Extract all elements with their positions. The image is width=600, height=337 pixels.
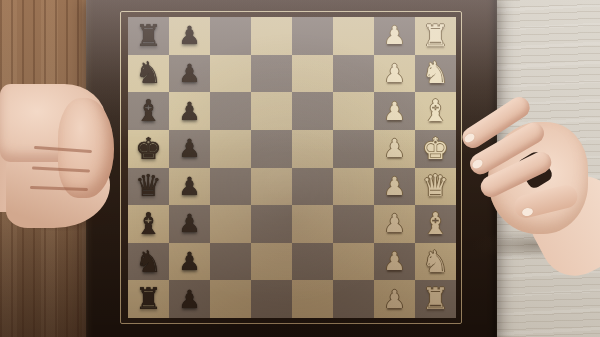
square[interactable] — [333, 280, 374, 318]
chessboard[interactable]: ♜♟♟♜♞♟♟♞♝♟♟♝♚♟♟♚♛♟♟♛♝♟♟♝♞♟♟♞♜♟♟♜ — [128, 17, 456, 318]
piece-black-knight[interactable]: ♞ — [135, 247, 162, 277]
board-frame: ♜♟♟♜♞♟♟♞♝♟♟♝♚♟♟♚♛♟♟♛♝♟♟♝♞♟♟♞♜♟♟♜ — [86, 0, 497, 337]
square[interactable]: ♟ — [374, 243, 415, 281]
square[interactable]: ♝ — [128, 92, 169, 130]
piece-black-bishop[interactable]: ♝ — [135, 209, 162, 239]
square[interactable] — [251, 130, 292, 168]
piece-black-pawn[interactable]: ♟ — [178, 249, 200, 274]
square[interactable]: ♝ — [415, 92, 456, 130]
square[interactable]: ♟ — [169, 17, 210, 55]
square[interactable]: ♛ — [128, 168, 169, 206]
square[interactable]: ♟ — [169, 168, 210, 206]
piece-black-bishop[interactable]: ♝ — [135, 96, 162, 126]
square[interactable] — [333, 92, 374, 130]
square[interactable]: ♜ — [415, 280, 456, 318]
square[interactable]: ♟ — [169, 280, 210, 318]
square[interactable] — [251, 17, 292, 55]
square[interactable] — [251, 92, 292, 130]
square[interactable] — [333, 168, 374, 206]
piece-white-bishop[interactable]: ♝ — [422, 96, 449, 126]
piece-white-queen[interactable]: ♛ — [422, 171, 449, 201]
square[interactable] — [333, 243, 374, 281]
piece-white-knight[interactable]: ♞ — [422, 58, 449, 88]
square[interactable]: ♜ — [128, 17, 169, 55]
square[interactable] — [292, 17, 333, 55]
piece-white-rook[interactable]: ♜ — [422, 21, 449, 51]
square[interactable]: ♝ — [415, 205, 456, 243]
square[interactable] — [210, 130, 251, 168]
square[interactable] — [251, 168, 292, 206]
square[interactable]: ♜ — [415, 17, 456, 55]
square[interactable]: ♞ — [415, 55, 456, 93]
piece-white-bishop[interactable]: ♝ — [422, 209, 449, 239]
piece-black-knight[interactable]: ♞ — [135, 58, 162, 88]
piece-white-knight[interactable]: ♞ — [422, 247, 449, 277]
piece-black-pawn[interactable]: ♟ — [178, 99, 200, 124]
square[interactable] — [210, 205, 251, 243]
piece-black-pawn[interactable]: ♟ — [178, 136, 200, 161]
piece-white-pawn[interactable]: ♟ — [383, 61, 405, 86]
piece-black-rook[interactable]: ♜ — [135, 21, 162, 51]
right-player-hands — [462, 92, 600, 262]
square[interactable] — [292, 92, 333, 130]
square[interactable] — [210, 55, 251, 93]
square[interactable] — [251, 243, 292, 281]
square[interactable]: ♟ — [169, 130, 210, 168]
square[interactable] — [292, 205, 333, 243]
piece-black-pawn[interactable]: ♟ — [178, 287, 200, 312]
square[interactable]: ♟ — [169, 92, 210, 130]
square[interactable] — [210, 243, 251, 281]
chess-photo-scene: ♜♟♟♜♞♟♟♞♝♟♟♝♚♟♟♚♛♟♟♛♝♟♟♝♞♟♟♞♜♟♟♜ — [0, 0, 600, 337]
piece-white-king[interactable]: ♚ — [422, 134, 449, 164]
square[interactable]: ♚ — [128, 130, 169, 168]
square[interactable] — [292, 55, 333, 93]
piece-white-pawn[interactable]: ♟ — [383, 23, 405, 48]
square[interactable] — [292, 130, 333, 168]
square[interactable] — [292, 243, 333, 281]
square[interactable]: ♟ — [374, 130, 415, 168]
square[interactable]: ♜ — [128, 280, 169, 318]
square[interactable] — [292, 168, 333, 206]
piece-white-pawn[interactable]: ♟ — [383, 249, 405, 274]
piece-black-king[interactable]: ♚ — [135, 134, 162, 164]
square[interactable]: ♟ — [374, 55, 415, 93]
piece-white-pawn[interactable]: ♟ — [383, 136, 405, 161]
left-player-hands — [0, 84, 122, 234]
square[interactable]: ♟ — [374, 168, 415, 206]
square[interactable]: ♟ — [169, 205, 210, 243]
square[interactable]: ♟ — [374, 17, 415, 55]
square[interactable]: ♝ — [128, 205, 169, 243]
piece-black-pawn[interactable]: ♟ — [178, 61, 200, 86]
square[interactable]: ♟ — [169, 243, 210, 281]
square[interactable] — [210, 92, 251, 130]
square[interactable]: ♟ — [374, 205, 415, 243]
square[interactable] — [210, 280, 251, 318]
square[interactable] — [210, 168, 251, 206]
square[interactable] — [292, 280, 333, 318]
square[interactable]: ♞ — [128, 243, 169, 281]
square[interactable] — [333, 55, 374, 93]
square[interactable]: ♟ — [374, 280, 415, 318]
square[interactable] — [251, 280, 292, 318]
square[interactable] — [333, 17, 374, 55]
piece-white-pawn[interactable]: ♟ — [383, 174, 405, 199]
square[interactable]: ♛ — [415, 168, 456, 206]
piece-black-pawn[interactable]: ♟ — [178, 23, 200, 48]
square[interactable]: ♟ — [169, 55, 210, 93]
piece-black-rook[interactable]: ♜ — [135, 284, 162, 314]
piece-white-pawn[interactable]: ♟ — [383, 211, 405, 236]
square[interactable] — [333, 205, 374, 243]
piece-white-pawn[interactable]: ♟ — [383, 99, 405, 124]
piece-black-queen[interactable]: ♛ — [135, 171, 162, 201]
piece-white-rook[interactable]: ♜ — [422, 284, 449, 314]
square[interactable]: ♞ — [128, 55, 169, 93]
square[interactable]: ♟ — [374, 92, 415, 130]
square[interactable] — [210, 17, 251, 55]
piece-white-pawn[interactable]: ♟ — [383, 287, 405, 312]
square[interactable]: ♞ — [415, 243, 456, 281]
square[interactable] — [251, 205, 292, 243]
piece-black-pawn[interactable]: ♟ — [178, 211, 200, 236]
square[interactable] — [333, 130, 374, 168]
piece-black-pawn[interactable]: ♟ — [178, 174, 200, 199]
square[interactable] — [251, 55, 292, 93]
square[interactable]: ♚ — [415, 130, 456, 168]
